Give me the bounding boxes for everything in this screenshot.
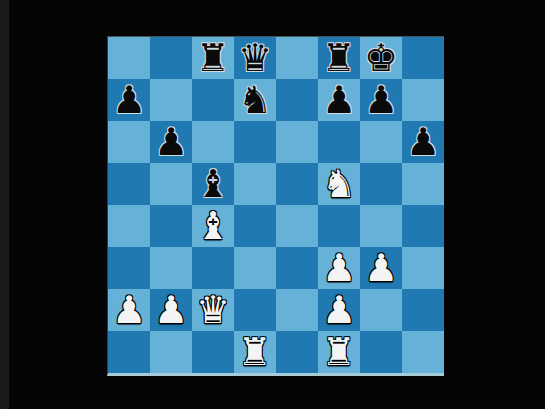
white-pawn-icon: ♟: [360, 247, 402, 289]
white-bishop-icon: ♝: [192, 205, 234, 247]
square-f4[interactable]: [318, 205, 360, 247]
square-c8[interactable]: ♜: [192, 37, 234, 79]
square-c6[interactable]: [192, 121, 234, 163]
square-e7[interactable]: [276, 79, 318, 121]
square-e8[interactable]: [276, 37, 318, 79]
white-knight-icon: ♞: [318, 163, 360, 205]
square-h3[interactable]: [402, 247, 444, 289]
white-pawn-icon: ♟: [318, 247, 360, 289]
square-d6[interactable]: [234, 121, 276, 163]
square-h6[interactable]: ♟: [402, 121, 444, 163]
video-frame: ♜♛♜♚♟♞♟♟♟♟♝♞♝♟♟♟♟♛♟♜♜: [0, 0, 545, 409]
square-a4[interactable]: [108, 205, 150, 247]
square-g3[interactable]: ♟: [360, 247, 402, 289]
square-g1[interactable]: [360, 331, 402, 373]
black-pawn-icon: ♟: [150, 121, 192, 163]
black-king-icon: ♚: [360, 37, 402, 79]
square-d5[interactable]: [234, 163, 276, 205]
square-e2[interactable]: [276, 289, 318, 331]
square-f3[interactable]: ♟: [318, 247, 360, 289]
white-pawn-icon: ♟: [108, 289, 150, 331]
square-c7[interactable]: [192, 79, 234, 121]
square-b6[interactable]: ♟: [150, 121, 192, 163]
white-rook-icon: ♜: [234, 331, 276, 373]
black-pawn-icon: ♟: [360, 79, 402, 121]
white-queen-icon: ♛: [192, 289, 234, 331]
square-e1[interactable]: [276, 331, 318, 373]
left-edge-shade: [0, 0, 9, 409]
square-f7[interactable]: ♟: [318, 79, 360, 121]
square-e4[interactable]: [276, 205, 318, 247]
square-b3[interactable]: [150, 247, 192, 289]
square-b2[interactable]: ♟: [150, 289, 192, 331]
square-e5[interactable]: [276, 163, 318, 205]
square-h1[interactable]: [402, 331, 444, 373]
square-f2[interactable]: ♟: [318, 289, 360, 331]
square-a3[interactable]: [108, 247, 150, 289]
square-a8[interactable]: [108, 37, 150, 79]
square-e3[interactable]: [276, 247, 318, 289]
square-f1[interactable]: ♜: [318, 331, 360, 373]
white-pawn-icon: ♟: [150, 289, 192, 331]
square-c1[interactable]: [192, 331, 234, 373]
square-f5[interactable]: ♞: [318, 163, 360, 205]
square-b8[interactable]: [150, 37, 192, 79]
square-b5[interactable]: [150, 163, 192, 205]
square-d1[interactable]: ♜: [234, 331, 276, 373]
square-b4[interactable]: [150, 205, 192, 247]
black-rook-icon: ♜: [318, 37, 360, 79]
square-g6[interactable]: [360, 121, 402, 163]
black-knight-icon: ♞: [234, 79, 276, 121]
black-pawn-icon: ♟: [402, 121, 444, 163]
square-c5[interactable]: ♝: [192, 163, 234, 205]
chess-board: ♜♛♜♚♟♞♟♟♟♟♝♞♝♟♟♟♟♛♟♜♜: [107, 36, 444, 376]
square-d7[interactable]: ♞: [234, 79, 276, 121]
square-a2[interactable]: ♟: [108, 289, 150, 331]
black-queen-icon: ♛: [234, 37, 276, 79]
square-h5[interactable]: [402, 163, 444, 205]
square-g5[interactable]: [360, 163, 402, 205]
square-g2[interactable]: [360, 289, 402, 331]
square-a7[interactable]: ♟: [108, 79, 150, 121]
square-h8[interactable]: [402, 37, 444, 79]
square-a5[interactable]: [108, 163, 150, 205]
white-pawn-icon: ♟: [318, 289, 360, 331]
square-h4[interactable]: [402, 205, 444, 247]
square-g4[interactable]: [360, 205, 402, 247]
black-rook-icon: ♜: [192, 37, 234, 79]
black-pawn-icon: ♟: [108, 79, 150, 121]
square-c3[interactable]: [192, 247, 234, 289]
black-bishop-icon: ♝: [192, 163, 234, 205]
square-g7[interactable]: ♟: [360, 79, 402, 121]
white-rook-icon: ♜: [318, 331, 360, 373]
square-b7[interactable]: [150, 79, 192, 121]
square-f6[interactable]: [318, 121, 360, 163]
black-pawn-icon: ♟: [318, 79, 360, 121]
square-c4[interactable]: ♝: [192, 205, 234, 247]
square-d2[interactable]: [234, 289, 276, 331]
square-b1[interactable]: [150, 331, 192, 373]
square-f8[interactable]: ♜: [318, 37, 360, 79]
square-c2[interactable]: ♛: [192, 289, 234, 331]
square-g8[interactable]: ♚: [360, 37, 402, 79]
square-d3[interactable]: [234, 247, 276, 289]
square-h2[interactable]: [402, 289, 444, 331]
square-h7[interactable]: [402, 79, 444, 121]
square-a6[interactable]: [108, 121, 150, 163]
square-e6[interactable]: [276, 121, 318, 163]
square-a1[interactable]: [108, 331, 150, 373]
square-d4[interactable]: [234, 205, 276, 247]
square-d8[interactable]: ♛: [234, 37, 276, 79]
